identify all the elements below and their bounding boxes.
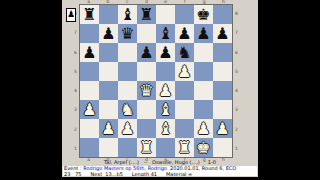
square-a3: ♟ xyxy=(80,100,99,119)
square-h6 xyxy=(213,43,232,62)
square-b3 xyxy=(99,100,118,119)
square-h5 xyxy=(213,62,232,81)
square-d5 xyxy=(137,62,156,81)
square-e1 xyxy=(156,138,175,157)
square-a8: ♜ xyxy=(80,5,99,24)
square-f8 xyxy=(175,5,194,24)
square-f5: ♟ xyxy=(175,62,194,81)
square-a7 xyxy=(80,24,99,43)
square-d6: ♟ xyxy=(137,43,156,62)
white-pawn-piece: ♟ xyxy=(194,119,213,138)
black-pawn-piece: ♟ xyxy=(80,43,99,62)
square-c4 xyxy=(118,81,137,100)
black-pawn-piece: ♟ xyxy=(99,24,118,43)
black-pawn-icon: ♟ xyxy=(67,9,75,20)
board: ♜♝♜♚♟♛♝♟♟♟♟♟♟♞♟♛♟♟♞♝♟♟♝♟♟♜♜♚ xyxy=(79,4,233,158)
square-c5 xyxy=(118,62,137,81)
square-a1 xyxy=(80,138,99,157)
square-f6: ♞ xyxy=(175,43,194,62)
black-pawn-piece: ♟ xyxy=(194,24,213,43)
square-d7 xyxy=(137,24,156,43)
rank-label-4: 4 xyxy=(73,81,78,100)
square-f2 xyxy=(175,119,194,138)
square-f7: ♟ xyxy=(175,24,194,43)
status-line: 23 75Next 13...b5Length 41Material = xyxy=(64,172,256,177)
white-pawn-piece: ♟ xyxy=(175,62,194,81)
black-pawn-piece: ♟ xyxy=(213,24,232,43)
square-e5 xyxy=(156,62,175,81)
square-b1 xyxy=(99,138,118,157)
black-rook-piece: ♜ xyxy=(80,5,99,24)
square-b2: ♟ xyxy=(99,119,118,138)
rank-label-8: 8 xyxy=(234,4,239,23)
black-king-piece: ♚ xyxy=(194,5,213,24)
square-c1 xyxy=(118,138,137,157)
white-queen-piece: ♛ xyxy=(137,81,156,100)
black-pawn-piece: ♟ xyxy=(175,24,194,43)
square-c6 xyxy=(118,43,137,62)
square-e4: ♟ xyxy=(156,81,175,100)
square-h2: ♟ xyxy=(213,119,232,138)
rank-label-7: 7 xyxy=(234,23,239,42)
square-g5 xyxy=(194,62,213,81)
players-line: Tal, Arpel (....) -- Oswolle, Hugo (....… xyxy=(62,160,258,165)
rank-labels-right: 87654321 xyxy=(234,4,239,158)
white-pawn-piece: ♟ xyxy=(99,119,118,138)
square-c7: ♛ xyxy=(118,24,137,43)
white-pawn-piece: ♟ xyxy=(156,81,175,100)
square-a5 xyxy=(80,62,99,81)
square-a6: ♟ xyxy=(80,43,99,62)
rank-labels-left: 87654321 xyxy=(73,4,78,158)
rank-label-4: 4 xyxy=(234,81,239,100)
square-e2: ♝ xyxy=(156,119,175,138)
white-knight-piece: ♞ xyxy=(118,100,137,119)
white-pawn-piece: ♟ xyxy=(213,119,232,138)
game-info-box: Event : Rodrigo Masters op 56th, Rodrigo… xyxy=(63,166,257,176)
square-g3 xyxy=(194,100,213,119)
white-king-piece: ♚ xyxy=(194,138,213,157)
square-b7: ♟ xyxy=(99,24,118,43)
black-bishop-piece: ♝ xyxy=(156,24,175,43)
square-g8: ♚ xyxy=(194,5,213,24)
square-h8 xyxy=(213,5,232,24)
black-knight-piece: ♞ xyxy=(175,43,194,62)
square-d3 xyxy=(137,100,156,119)
black-rook-piece: ♜ xyxy=(137,5,156,24)
square-g7: ♟ xyxy=(194,24,213,43)
square-h7: ♟ xyxy=(213,24,232,43)
square-e7: ♝ xyxy=(156,24,175,43)
chess-gui-panel: abcdefgh 87654321 87654321 ♟ ♜♝♜♚♟♛♝♟♟♟♟… xyxy=(62,0,258,177)
black-pawn-piece: ♟ xyxy=(137,43,156,62)
rank-label-2: 2 xyxy=(73,120,78,139)
square-c8: ♝ xyxy=(118,5,137,24)
square-g4 xyxy=(194,81,213,100)
square-e6: ♟ xyxy=(156,43,175,62)
square-c2: ♟ xyxy=(118,119,137,138)
square-f3 xyxy=(175,100,194,119)
square-d2 xyxy=(137,119,156,138)
side-to-move-indicator: ♟ xyxy=(66,8,76,22)
rank-label-5: 5 xyxy=(234,62,239,81)
square-e8 xyxy=(156,5,175,24)
rank-label-6: 6 xyxy=(234,43,239,62)
rank-label-3: 3 xyxy=(234,100,239,119)
square-h4 xyxy=(213,81,232,100)
square-h1 xyxy=(213,138,232,157)
square-f1: ♜ xyxy=(175,138,194,157)
rank-label-3: 3 xyxy=(73,100,78,119)
video-frame: abcdefgh 87654321 87654321 ♟ ♜♝♜♚♟♛♝♟♟♟♟… xyxy=(0,0,320,180)
square-d1: ♜ xyxy=(137,138,156,157)
rank-label-2: 2 xyxy=(234,120,239,139)
text-segment: 23 75 xyxy=(64,171,82,177)
rank-label-7: 7 xyxy=(73,23,78,42)
square-h3 xyxy=(213,100,232,119)
rank-label-1: 1 xyxy=(73,139,78,158)
white-bishop-piece: ♝ xyxy=(156,100,175,119)
rank-label-6: 6 xyxy=(73,43,78,62)
white-pawn-piece: ♟ xyxy=(118,119,137,138)
square-c3: ♞ xyxy=(118,100,137,119)
square-b8 xyxy=(99,5,118,24)
square-b6 xyxy=(99,43,118,62)
square-f4 xyxy=(175,81,194,100)
square-b4 xyxy=(99,81,118,100)
text-segment: ECO xyxy=(226,166,237,171)
text-segment: Next 13...b5 xyxy=(91,171,123,177)
white-rook-piece: ♜ xyxy=(137,138,156,157)
rank-label-1: 1 xyxy=(234,139,239,158)
black-queen-piece: ♛ xyxy=(118,24,137,43)
square-d4: ♛ xyxy=(137,81,156,100)
rank-label-5: 5 xyxy=(73,62,78,81)
black-bishop-piece: ♝ xyxy=(118,5,137,24)
white-rook-piece: ♜ xyxy=(175,138,194,157)
white-bishop-piece: ♝ xyxy=(156,119,175,138)
square-a2 xyxy=(80,119,99,138)
square-g1: ♚ xyxy=(194,138,213,157)
white-pawn-piece: ♟ xyxy=(80,100,99,119)
square-g6 xyxy=(194,43,213,62)
text-segment: Length 41 xyxy=(132,171,157,177)
square-e3: ♝ xyxy=(156,100,175,119)
square-a4 xyxy=(80,81,99,100)
black-pawn-piece: ♟ xyxy=(156,43,175,62)
text-segment: Material = xyxy=(166,171,192,177)
square-b5 xyxy=(99,62,118,81)
square-g2: ♟ xyxy=(194,119,213,138)
square-d8: ♜ xyxy=(137,5,156,24)
